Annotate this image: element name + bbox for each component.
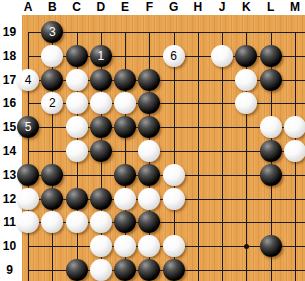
column-label-F: F (140, 0, 158, 14)
stone-white-C16[interactable] (66, 92, 88, 114)
stone-black-L14[interactable] (260, 140, 282, 162)
stone-white-G12[interactable] (163, 188, 185, 210)
column-label-D: D (92, 0, 110, 14)
stone-black-L10[interactable] (260, 235, 282, 257)
stone-black-E9[interactable] (114, 259, 136, 281)
grid-line-col-J (222, 32, 223, 281)
stone-black-L18[interactable] (260, 45, 282, 67)
stone-white-K17[interactable] (235, 69, 257, 91)
column-label-J: J (213, 0, 231, 14)
stone-black-C12[interactable] (66, 188, 88, 210)
stone-white-G13[interactable] (163, 164, 185, 186)
column-label-E: E (116, 0, 134, 14)
stone-black-A13[interactable] (17, 164, 39, 186)
column-label-L: L (262, 0, 280, 14)
stone-black-L17[interactable] (260, 69, 282, 91)
stone-white-G10[interactable] (163, 235, 185, 257)
stone-white-B18[interactable] (41, 45, 63, 67)
stone-black-D17[interactable] (90, 69, 112, 91)
column-label-G: G (165, 0, 183, 14)
stone-white-E12[interactable] (114, 188, 136, 210)
stone-black-B13[interactable] (41, 164, 63, 186)
row-label-14: 14 (0, 144, 19, 158)
stone-black-F17[interactable] (138, 69, 160, 91)
column-label-M: M (286, 0, 304, 14)
stone-white-C11[interactable] (66, 211, 88, 233)
stone-white-A17[interactable]: 4 (17, 69, 39, 91)
stone-white-C15[interactable] (66, 116, 88, 138)
stone-white-C14[interactable] (66, 140, 88, 162)
stone-black-L13[interactable] (260, 164, 282, 186)
stone-white-L15[interactable] (260, 116, 282, 138)
row-label-10: 10 (0, 239, 19, 253)
stone-black-B17[interactable] (41, 69, 63, 91)
stone-black-D15[interactable] (90, 116, 112, 138)
stone-white-D9[interactable] (90, 259, 112, 281)
go-diagram: ABCDEFGHJKLM191817161514131211109 316425 (0, 0, 305, 281)
stone-black-D12[interactable] (90, 188, 112, 210)
move-number-4: 4 (25, 69, 32, 91)
move-number-5: 5 (25, 116, 32, 138)
row-label-16: 16 (0, 96, 19, 110)
stone-white-C17[interactable] (66, 69, 88, 91)
stone-white-D10[interactable] (90, 235, 112, 257)
star-point-K10 (244, 244, 249, 249)
row-label-18: 18 (0, 49, 19, 63)
stone-white-J18[interactable] (211, 45, 233, 67)
stone-black-D18[interactable]: 1 (90, 45, 112, 67)
stone-white-M15[interactable] (284, 116, 305, 138)
column-label-H: H (189, 0, 207, 14)
stone-black-E17[interactable] (114, 69, 136, 91)
column-label-K: K (237, 0, 255, 14)
column-label-C: C (68, 0, 86, 14)
stone-white-F12[interactable] (138, 188, 160, 210)
stone-white-G18[interactable]: 6 (163, 45, 185, 67)
stone-black-E13[interactable] (114, 164, 136, 186)
move-number-3: 3 (49, 21, 56, 43)
stone-black-D14[interactable] (90, 140, 112, 162)
column-label-B: B (43, 0, 61, 14)
move-number-1: 1 (97, 45, 104, 67)
move-number-2: 2 (49, 92, 56, 114)
stone-black-C9[interactable] (66, 259, 88, 281)
stone-black-C18[interactable] (66, 45, 88, 67)
stone-black-F13[interactable] (138, 164, 160, 186)
column-label-A: A (19, 0, 37, 14)
stone-white-M14[interactable] (284, 140, 305, 162)
stone-black-B12[interactable] (41, 188, 63, 210)
row-label-19: 19 (0, 25, 19, 39)
grid-line-row-19 (28, 32, 305, 33)
row-label-9: 9 (0, 263, 19, 277)
stone-black-G9[interactable] (163, 259, 185, 281)
move-number-6: 6 (170, 45, 177, 67)
grid-line-col-H (198, 32, 199, 281)
stone-white-A12[interactable] (17, 188, 39, 210)
